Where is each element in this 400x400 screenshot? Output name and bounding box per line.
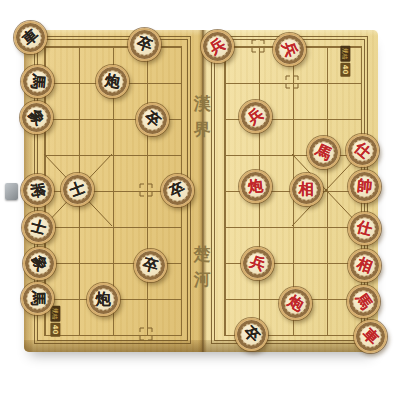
red-soldier-piece[interactable]: 兵 — [273, 33, 306, 66]
piece-character: 將 — [20, 173, 54, 207]
size-badge-top-right: 规格 40 — [340, 46, 350, 77]
red-elephant-piece[interactable]: 相 — [348, 249, 381, 282]
red-horse-piece[interactable]: 馬 — [347, 285, 380, 318]
river-char-he: 河 — [192, 268, 212, 290]
black-soldier-piece[interactable]: 卒 — [235, 318, 268, 351]
piece-character: 馬 — [23, 284, 52, 313]
red-elephant-piece[interactable]: 相 — [290, 173, 323, 206]
piece-character: 炮 — [239, 170, 270, 201]
size-badge-label: 规格 — [340, 46, 350, 62]
black-chariot-piece[interactable]: 車 — [14, 21, 47, 54]
red-soldier-piece[interactable]: 兵 — [239, 100, 272, 133]
size-badge-value: 40 — [50, 323, 60, 337]
red-general-piece[interactable]: 帥 — [348, 170, 381, 203]
piece-character: 相 — [292, 175, 321, 204]
black-soldier-piece[interactable]: 卒 — [161, 174, 194, 207]
black-horse-piece[interactable]: 馬 — [21, 282, 54, 315]
red-advisor-piece[interactable]: 仕 — [348, 212, 381, 245]
red-advisor-piece[interactable]: 仕 — [346, 134, 379, 167]
river-char-han: 漢 — [192, 92, 212, 114]
product-photo-stage: 漢 界 楚 河 规格 40 规格 40 車馬象將士象馬士炮卒卒卒卒炮卒兵兵兵馬仕… — [0, 0, 400, 400]
red-cannon-piece[interactable]: 炮 — [279, 287, 312, 320]
river-char-chu: 楚 — [192, 243, 212, 265]
black-advisor-piece[interactable]: 士 — [61, 173, 94, 206]
black-cannon-piece[interactable]: 炮 — [87, 283, 120, 316]
piece-character: 炮 — [95, 64, 129, 98]
piece-character: 馬 — [21, 65, 52, 96]
piece-character: 帥 — [348, 170, 379, 201]
metal-latch — [5, 183, 18, 200]
red-horse-piece[interactable]: 馬 — [307, 136, 340, 169]
black-soldier-piece[interactable]: 卒 — [134, 249, 167, 282]
black-general-piece[interactable]: 將 — [21, 174, 54, 207]
black-advisor-piece[interactable]: 士 — [22, 211, 55, 244]
black-elephant-piece[interactable]: 象 — [20, 101, 53, 134]
red-chariot-piece[interactable]: 車 — [354, 320, 387, 353]
piece-character: 炮 — [89, 285, 118, 314]
black-soldier-piece[interactable]: 卒 — [128, 28, 161, 61]
black-soldier-piece[interactable]: 卒 — [136, 103, 169, 136]
size-badge-value: 40 — [340, 63, 350, 77]
red-cannon-piece[interactable]: 炮 — [239, 170, 272, 203]
red-soldier-piece[interactable]: 兵 — [201, 30, 234, 63]
black-horse-piece[interactable]: 馬 — [21, 65, 54, 98]
river-char-jie: 界 — [192, 118, 212, 140]
black-elephant-piece[interactable]: 象 — [23, 247, 56, 280]
red-soldier-piece[interactable]: 兵 — [241, 247, 274, 280]
black-cannon-piece[interactable]: 炮 — [96, 65, 129, 98]
fold-seam — [199, 30, 207, 352]
